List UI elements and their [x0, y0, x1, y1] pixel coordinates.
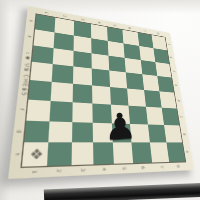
- rank-label: 2: [56, 165, 62, 177]
- square-d6: [126, 73, 144, 90]
- square-d2: [52, 64, 73, 83]
- square-e2: [51, 82, 73, 102]
- square-g8: [164, 125, 182, 143]
- file-label: c: [177, 115, 185, 119]
- file-label: h: [165, 42, 172, 46]
- file-label: a: [183, 150, 192, 154]
- square-f3: [72, 102, 93, 122]
- file-label: f: [170, 69, 178, 73]
- square-e1: [28, 80, 52, 101]
- square-f1: [26, 99, 51, 121]
- branding-logo-icon: ◉: [25, 56, 32, 62]
- file-label: g: [168, 55, 175, 59]
- square-d4: [92, 69, 111, 87]
- square-h8: [166, 143, 185, 162]
- square-e5: [110, 87, 129, 105]
- square-f8: [161, 107, 179, 125]
- square-d5: [109, 71, 127, 89]
- rank-label: 5: [121, 163, 126, 174]
- black-pawn: ♟: [103, 110, 133, 143]
- square-e8: [159, 91, 176, 108]
- square-e4: [92, 85, 111, 104]
- square-g1: [24, 120, 50, 142]
- board-photo-scene: 12345678 12345678 abcdefgh hgfedcba ◉ US…: [0, 0, 200, 200]
- chessboard-mat: 12345678 12345678 abcdefgh hgfedcba ◉ US…: [8, 6, 194, 179]
- rank-label: 7: [158, 162, 163, 172]
- table-edge: [44, 183, 200, 200]
- file-label: b: [180, 132, 188, 136]
- square-e3: [72, 84, 92, 104]
- square-d1: [30, 62, 53, 82]
- rank-label: 4: [101, 164, 106, 175]
- square-f2: [50, 101, 72, 122]
- square-g3: [71, 122, 92, 143]
- square-d3: [72, 67, 91, 86]
- corner-emblem-icon: ❖: [23, 143, 48, 165]
- square-d8: [157, 76, 174, 93]
- file-label: d: [175, 99, 183, 103]
- rank-label: 3: [80, 164, 85, 176]
- rank-label: 8: [175, 161, 180, 171]
- square-g2: [49, 121, 72, 143]
- rank-label: 6: [140, 162, 145, 172]
- square-e6: [127, 89, 145, 107]
- file-label: e: [172, 83, 180, 87]
- square-h3: [71, 143, 93, 166]
- square-h2: [47, 143, 71, 166]
- rank-label: 1: [31, 166, 38, 178]
